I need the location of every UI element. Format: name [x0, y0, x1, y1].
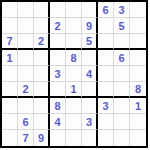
cell-r1c9[interactable] [130, 2, 146, 18]
cell-r1c4[interactable] [50, 2, 66, 18]
given-digit-r4c1[interactable]: 1 [2, 50, 18, 66]
cell-r3c5[interactable] [66, 34, 82, 50]
given-digit-r7c4[interactable]: 8 [50, 98, 66, 114]
cell-r8c3[interactable] [34, 114, 50, 130]
cell-r1c1[interactable] [2, 2, 18, 18]
sudoku-board: 632957251863421883164379 [0, 0, 148, 148]
cell-r6c4[interactable] [50, 82, 66, 98]
cell-r9c9[interactable] [130, 130, 146, 146]
given-digit-r9c3[interactable]: 9 [34, 130, 50, 146]
cell-r5c5[interactable] [66, 66, 82, 82]
cell-r6c3[interactable] [34, 82, 50, 98]
cell-r9c8[interactable] [114, 130, 130, 146]
cell-r5c1[interactable] [2, 66, 18, 82]
given-digit-r3c6[interactable]: 5 [82, 34, 98, 50]
cell-r8c5[interactable] [66, 114, 82, 130]
cell-r2c3[interactable] [34, 18, 50, 34]
cell-r7c8[interactable] [114, 98, 130, 114]
cell-r4c6[interactable] [82, 50, 98, 66]
cell-r3c4[interactable] [50, 34, 66, 50]
cell-r5c2[interactable] [18, 66, 34, 82]
cell-r5c9[interactable] [130, 66, 146, 82]
cell-r1c2[interactable] [18, 2, 34, 18]
cell-r1c6[interactable] [82, 2, 98, 18]
given-digit-r7c7[interactable]: 3 [98, 98, 114, 114]
cell-r8c1[interactable] [2, 114, 18, 130]
given-digit-r2c6[interactable]: 9 [82, 18, 98, 34]
given-digit-r6c2[interactable]: 2 [18, 82, 34, 98]
cell-r2c1[interactable] [2, 18, 18, 34]
cell-r4c2[interactable] [18, 50, 34, 66]
cell-r2c5[interactable] [66, 18, 82, 34]
cell-r4c4[interactable] [50, 50, 66, 66]
cell-r8c8[interactable] [114, 114, 130, 130]
cell-r9c4[interactable] [50, 130, 66, 146]
cell-r2c2[interactable] [18, 18, 34, 34]
cell-r8c9[interactable] [130, 114, 146, 130]
given-digit-r1c8[interactable]: 3 [114, 2, 130, 18]
given-digit-r2c4[interactable]: 2 [50, 18, 66, 34]
given-digit-r4c5[interactable]: 8 [66, 50, 82, 66]
given-digit-r8c6[interactable]: 3 [82, 114, 98, 130]
given-digit-r6c9[interactable]: 8 [130, 82, 146, 98]
cell-r3c7[interactable] [98, 34, 114, 50]
given-digit-r6c5[interactable]: 1 [66, 82, 82, 98]
cell-r1c3[interactable] [34, 2, 50, 18]
given-digit-r5c4[interactable]: 3 [50, 66, 66, 82]
given-digit-r3c3[interactable]: 2 [34, 34, 50, 50]
cell-r1c5[interactable] [66, 2, 82, 18]
cell-r9c6[interactable] [82, 130, 98, 146]
cell-r9c5[interactable] [66, 130, 82, 146]
given-digit-r7c9[interactable]: 1 [130, 98, 146, 114]
cell-r6c8[interactable] [114, 82, 130, 98]
cell-r2c7[interactable] [98, 18, 114, 34]
cell-r7c2[interactable] [18, 98, 34, 114]
cell-r7c5[interactable] [66, 98, 82, 114]
cell-r3c8[interactable] [114, 34, 130, 50]
given-digit-r5c6[interactable]: 4 [82, 66, 98, 82]
cell-r2c9[interactable] [130, 18, 146, 34]
given-digit-r9c2[interactable]: 7 [18, 130, 34, 146]
cell-r3c2[interactable] [18, 34, 34, 50]
cell-r8c7[interactable] [98, 114, 114, 130]
cell-r4c9[interactable] [130, 50, 146, 66]
given-digit-r4c8[interactable]: 6 [114, 50, 130, 66]
cell-r7c1[interactable] [2, 98, 18, 114]
given-digit-r8c2[interactable]: 6 [18, 114, 34, 130]
cell-r7c3[interactable] [34, 98, 50, 114]
cell-r9c7[interactable] [98, 130, 114, 146]
cell-r6c7[interactable] [98, 82, 114, 98]
cell-r4c3[interactable] [34, 50, 50, 66]
cell-r6c1[interactable] [2, 82, 18, 98]
cell-r5c8[interactable] [114, 66, 130, 82]
cell-r9c1[interactable] [2, 130, 18, 146]
cell-r4c7[interactable] [98, 50, 114, 66]
cell-r7c6[interactable] [82, 98, 98, 114]
cell-r5c7[interactable] [98, 66, 114, 82]
given-digit-r2c8[interactable]: 5 [114, 18, 130, 34]
given-digit-r8c4[interactable]: 4 [50, 114, 66, 130]
cell-r6c6[interactable] [82, 82, 98, 98]
cell-r3c9[interactable] [130, 34, 146, 50]
given-digit-r1c7[interactable]: 6 [98, 2, 114, 18]
cell-r5c3[interactable] [34, 66, 50, 82]
given-digit-r3c1[interactable]: 7 [2, 34, 18, 50]
